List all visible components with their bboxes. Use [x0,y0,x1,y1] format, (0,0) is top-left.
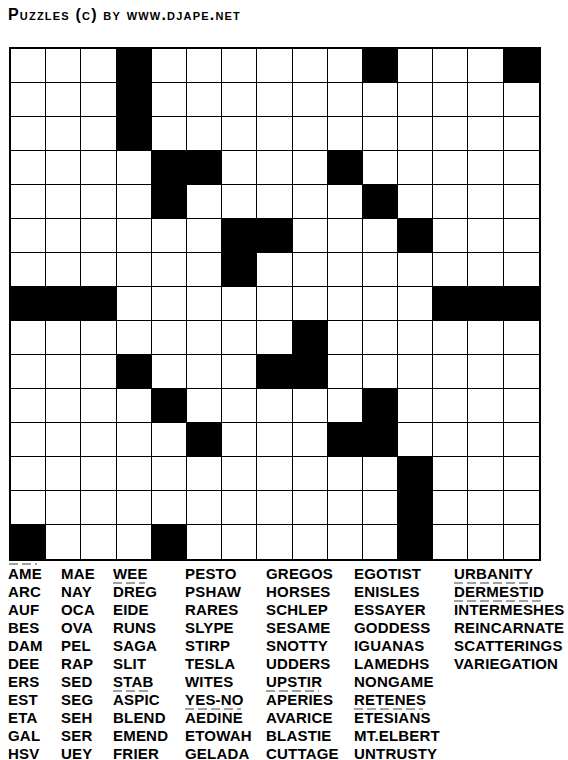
word-item: DEE [8,657,39,671]
grid-cell[interactable] [11,219,46,253]
puzzle-credit-title: Puzzles (c) by www.djape.net [8,6,241,24]
word-item: SNOTTY [266,639,328,653]
grid-cell[interactable] [398,151,433,185]
word-list-column: PESTOPSHAWRARESSLYPESTIRPTESLAWITESYES-N… [185,564,252,760]
word-list-row: ESSAYER [354,600,440,618]
grid-cell[interactable] [81,525,116,559]
grid-cell[interactable] [504,117,539,151]
grid-cell[interactable] [468,491,503,525]
grid-cell[interactable] [81,83,116,117]
grid-cell[interactable] [363,321,398,355]
grid-cell[interactable] [257,287,292,321]
word-list-column: MAENAYOCAOVAPELRAPSEDSEGSEHSERUEY [61,564,95,760]
word-list-row: SNOTTY [266,636,339,654]
grid-cell[interactable] [433,389,468,423]
grid-cell[interactable] [504,457,539,491]
grid-cell[interactable] [504,389,539,423]
word-list-row: EST [8,690,43,708]
grid-cell[interactable] [257,423,292,457]
grid-cell[interactable] [117,185,152,219]
grid-cell[interactable] [11,151,46,185]
grid-cell[interactable] [81,117,116,151]
word-list-row: RUNS [113,618,168,636]
grid-cell[interactable] [187,185,222,219]
grid-cell[interactable] [81,321,116,355]
word-list-row: SED [61,672,95,690]
word-item: IGUANAS [354,639,425,653]
black-cell [11,525,46,559]
word-list-column: AMEARCAUFBESDAMDEEERSESTETAGALHSV [8,564,43,760]
grid-cell[interactable] [11,49,46,83]
grid-cell[interactable] [257,185,292,219]
grid-cell[interactable] [46,423,81,457]
black-cell [117,117,152,151]
grid-cell[interactable] [257,117,292,151]
word-list-row: PESTO [185,564,252,582]
grid-cell[interactable] [504,253,539,287]
grid-cell[interactable] [468,253,503,287]
grid-cell[interactable] [398,389,433,423]
black-cell [187,151,222,185]
grid-cell[interactable] [363,253,398,287]
grid-cell[interactable] [152,287,187,321]
grid-cell[interactable] [81,491,116,525]
grid-cell[interactable] [46,321,81,355]
word-list-row: SCATTERINGS [454,636,565,654]
word-item: BES [8,621,39,635]
grid-cell[interactable] [117,287,152,321]
grid-cell[interactable] [363,117,398,151]
black-cell [46,287,81,321]
word-list-row: BES [8,618,43,636]
grid-cell[interactable] [257,389,292,423]
word-list-row: RARES [185,600,252,618]
word-list-row: AEDINE [185,708,252,726]
word-list-row: RAP [61,654,95,672]
grid-cell[interactable] [152,355,187,389]
black-cell [152,525,187,559]
grid-cell[interactable] [433,355,468,389]
grid-cell[interactable] [152,321,187,355]
grid-cell[interactable] [187,49,222,83]
grid-cell[interactable] [257,83,292,117]
grid-cell[interactable] [152,491,187,525]
word-item: MAE [61,567,95,581]
black-cell [293,355,328,389]
grid-cell[interactable] [468,49,503,83]
grid-cell[interactable] [11,355,46,389]
grid-cell[interactable] [398,49,433,83]
word-item: ETESIANS [354,711,431,725]
black-cell [398,525,433,559]
word-item: GELADA [185,747,250,760]
word-item: RARES [185,603,239,617]
grid-cell[interactable] [11,457,46,491]
word-list-row: GELADA [185,744,252,760]
word-item: SEG [61,693,93,707]
word-item: STIRP [185,639,230,653]
grid-cell[interactable] [398,117,433,151]
word-item: EIDE [113,603,149,617]
grid-cell[interactable] [433,151,468,185]
grid-cell[interactable] [222,355,257,389]
word-list-row: PEL [61,636,95,654]
word-item: AME [8,567,42,581]
grid-cell[interactable] [504,491,539,525]
word-list-row: DAM [8,636,43,654]
word-item: BLEND [113,711,166,725]
grid-cell[interactable] [433,219,468,253]
black-cell [433,287,468,321]
grid-cell[interactable] [293,151,328,185]
word-item: RUNS [113,621,156,635]
grid-cell[interactable] [293,525,328,559]
word-item: OVA [61,621,93,635]
grid-cell[interactable] [433,457,468,491]
grid-cell[interactable] [293,83,328,117]
grid-cell[interactable] [46,253,81,287]
grid-cell[interactable] [328,83,363,117]
word-list-row: STIRP [185,636,252,654]
black-cell [152,151,187,185]
grid-cell[interactable] [46,457,81,491]
word-item: DREG [113,585,157,599]
word-item: PESTO [185,567,237,581]
grid-cell[interactable] [117,491,152,525]
grid-cell[interactable] [504,185,539,219]
grid-cell[interactable] [363,83,398,117]
grid-cell[interactable] [152,423,187,457]
word-item: ESSAYER [354,603,426,617]
grid-cell[interactable] [81,355,116,389]
word-item: VARIEGATION [454,657,558,671]
word-list-row: EIDE [113,600,168,618]
grid-cell[interactable] [46,49,81,83]
grid-cell[interactable] [293,253,328,287]
grid-cell[interactable] [363,287,398,321]
grid-cell[interactable] [117,389,152,423]
grid-cell[interactable] [46,355,81,389]
grid-cell[interactable] [504,151,539,185]
grid-cell[interactable] [398,287,433,321]
grid-cell[interactable] [433,321,468,355]
grid-cell[interactable] [11,321,46,355]
grid-cell[interactable] [433,525,468,559]
grid-cell[interactable] [187,491,222,525]
grid-cell[interactable] [152,219,187,253]
grid-cell[interactable] [468,457,503,491]
word-item: REINCARNATE [454,621,564,635]
word-item: WITES [185,675,234,689]
grid-cell[interactable] [293,423,328,457]
grid-cell[interactable] [328,219,363,253]
grid-cell[interactable] [328,287,363,321]
grid-cell[interactable] [152,83,187,117]
grid-cell[interactable] [257,321,292,355]
word-list-row: AVARICE [266,708,339,726]
word-list-row: AUF [8,600,43,618]
grid-cell[interactable] [187,355,222,389]
grid-cell[interactable] [152,49,187,83]
grid-cell[interactable] [433,423,468,457]
word-list-row: HSV [8,744,43,760]
grid-cell[interactable] [328,491,363,525]
grid-cell[interactable] [187,321,222,355]
grid-cell[interactable] [468,525,503,559]
word-item: ETOWAH [185,729,252,743]
grid-cell[interactable] [117,253,152,287]
black-cell [363,49,398,83]
grid-cell[interactable] [46,219,81,253]
grid-cell[interactable] [504,355,539,389]
grid-cell[interactable] [293,491,328,525]
grid-cell[interactable] [433,491,468,525]
black-cell [152,389,187,423]
word-item: SER [61,729,92,743]
grid-cell[interactable] [46,151,81,185]
word-item: YES-NO [185,693,244,707]
grid-cell[interactable] [117,321,152,355]
word-item: GAL [8,729,40,743]
word-item: DAM [8,639,43,653]
word-list-row: VARIEGATION [454,654,565,672]
grid-cell[interactable] [187,525,222,559]
grid-cell[interactable] [222,151,257,185]
grid-cell[interactable] [81,253,116,287]
grid-cell[interactable] [187,389,222,423]
grid-cell[interactable] [117,151,152,185]
grid-cell[interactable] [46,117,81,151]
grid-cell[interactable] [81,389,116,423]
grid-cell[interactable] [46,83,81,117]
word-item: SAGA [113,639,157,653]
word-item: AVARICE [266,711,333,725]
grid-cell[interactable] [81,185,116,219]
word-item: GREGOS [266,567,333,581]
grid-cell[interactable] [293,219,328,253]
grid-cell[interactable] [468,117,503,151]
grid-cell[interactable] [363,151,398,185]
word-list-row: TESLA [185,654,252,672]
grid-cell[interactable] [398,83,433,117]
word-list-row: DEE [8,654,43,672]
word-item: UNTRUSTY [354,747,437,760]
grid-cell[interactable] [363,355,398,389]
grid-cell[interactable] [11,117,46,151]
word-list-row: UNTRUSTY [354,744,440,760]
word-item: SEH [61,711,92,725]
grid-cell[interactable] [257,491,292,525]
grid-cell[interactable] [222,491,257,525]
grid-cell[interactable] [468,423,503,457]
grid-cell[interactable] [468,219,503,253]
word-list-row: ETA [8,708,43,726]
grid-cell[interactable] [504,83,539,117]
black-cell [398,219,433,253]
grid-cell[interactable] [328,457,363,491]
grid-cell[interactable] [117,525,152,559]
grid-cell[interactable] [117,423,152,457]
grid-cell[interactable] [257,151,292,185]
word-list-row: ASPIC [113,690,168,708]
grid-cell[interactable] [46,525,81,559]
grid-cell[interactable] [398,253,433,287]
grid-cell[interactable] [293,185,328,219]
grid-cell[interactable] [468,185,503,219]
word-list-row: SEH [61,708,95,726]
grid-cell[interactable] [504,525,539,559]
grid-cell[interactable] [293,389,328,423]
grid-cell[interactable] [46,491,81,525]
grid-cell[interactable] [468,151,503,185]
grid-cell[interactable] [433,185,468,219]
grid-cell[interactable] [11,423,46,457]
grid-cell[interactable] [468,389,503,423]
grid-cell[interactable] [187,83,222,117]
grid-cell[interactable] [293,457,328,491]
grid-cell[interactable] [11,253,46,287]
grid-cell[interactable] [328,49,363,83]
word-item: DERMESTID [454,585,544,599]
grid-cell[interactable] [328,525,363,559]
word-item: NAY [61,585,92,599]
word-list-row: AME [8,564,43,582]
grid-cell[interactable] [11,185,46,219]
grid-cell[interactable] [222,185,257,219]
grid-cell[interactable] [328,389,363,423]
word-item: ENISLES [354,585,420,599]
black-cell [504,287,539,321]
grid-cell[interactable] [152,117,187,151]
word-item: UEY [61,747,92,760]
grid-cell[interactable] [81,219,116,253]
word-item: GODDESS [354,621,430,635]
grid-cell[interactable] [81,457,116,491]
word-list-row: SEG [61,690,95,708]
grid-cell[interactable] [11,83,46,117]
grid-cell[interactable] [187,457,222,491]
grid-cell[interactable] [222,525,257,559]
grid-cell[interactable] [152,457,187,491]
grid-cell[interactable] [293,117,328,151]
grid-cell[interactable] [433,117,468,151]
grid-cell[interactable] [187,253,222,287]
grid-cell[interactable] [117,219,152,253]
black-cell [117,49,152,83]
word-item: HSV [8,747,39,760]
grid-cell[interactable] [398,355,433,389]
grid-cell[interactable] [222,49,257,83]
grid-cell[interactable] [363,457,398,491]
black-cell [293,321,328,355]
grid-cell[interactable] [504,321,539,355]
grid-cell[interactable] [187,219,222,253]
word-item: MT.ELBERT [354,729,440,743]
grid-cell[interactable] [222,457,257,491]
word-item: EGOTIST [354,567,421,581]
word-item: SLYPE [185,621,234,635]
word-list-row: SER [61,726,95,744]
grid-cell[interactable] [222,287,257,321]
grid-cell[interactable] [222,83,257,117]
black-cell [81,287,116,321]
grid-cell[interactable] [11,389,46,423]
grid-cell[interactable] [433,49,468,83]
grid-cell[interactable] [363,219,398,253]
grid-cell[interactable] [328,185,363,219]
grid-cell[interactable] [398,423,433,457]
grid-cell[interactable] [11,491,46,525]
grid-cell[interactable] [504,423,539,457]
grid-cell[interactable] [257,49,292,83]
grid-cell[interactable] [81,423,116,457]
grid-cell[interactable] [433,253,468,287]
grid-cell[interactable] [328,355,363,389]
grid-cell[interactable] [293,287,328,321]
grid-cell[interactable] [257,525,292,559]
grid-cell[interactable] [46,185,81,219]
word-list-row: MAE [61,564,95,582]
word-list-row: SLIT [113,654,168,672]
grid-cell[interactable] [468,355,503,389]
grid-cell[interactable] [187,117,222,151]
grid-cell[interactable] [433,83,468,117]
grid-cell[interactable] [328,253,363,287]
word-list-row: SCHLEP [266,600,339,618]
word-list-row: ERS [8,672,43,690]
word-list-row: WEE [113,564,168,582]
grid-cell[interactable] [46,389,81,423]
grid-cell[interactable] [257,457,292,491]
grid-cell[interactable] [222,321,257,355]
grid-cell[interactable] [222,423,257,457]
word-item: TESLA [185,657,235,671]
word-item: OCA [61,603,95,617]
word-list-row: GAL [8,726,43,744]
grid-cell[interactable] [363,491,398,525]
word-list-row: EGOTIST [354,564,440,582]
word-list-row: BLEND [113,708,168,726]
grid-cell[interactable] [328,321,363,355]
grid-cell[interactable] [504,219,539,253]
grid-cell[interactable] [117,457,152,491]
grid-cell[interactable] [81,151,116,185]
black-cell [398,491,433,525]
grid-cell[interactable] [293,49,328,83]
word-list-row: INTERMESHES [454,600,565,618]
grid-cell[interactable] [81,49,116,83]
grid-cell[interactable] [468,321,503,355]
grid-cell[interactable] [222,117,257,151]
black-cell [398,457,433,491]
word-list-row: OVA [61,618,95,636]
grid-cell[interactable] [222,389,257,423]
word-item: EMEND [113,729,168,743]
word-item: EST [8,693,38,707]
grid-cell[interactable] [398,185,433,219]
grid-cell[interactable] [468,83,503,117]
word-list-row: ARC [8,582,43,600]
grid-cell[interactable] [398,321,433,355]
word-list-row: YES-NO [185,690,252,708]
grid-cell[interactable] [328,117,363,151]
grid-cell[interactable] [257,253,292,287]
word-item: AUF [8,603,39,617]
word-item: UPSTIR [266,675,322,689]
grid-cell[interactable] [187,287,222,321]
grid-cell[interactable] [152,253,187,287]
grid-cell[interactable] [363,525,398,559]
